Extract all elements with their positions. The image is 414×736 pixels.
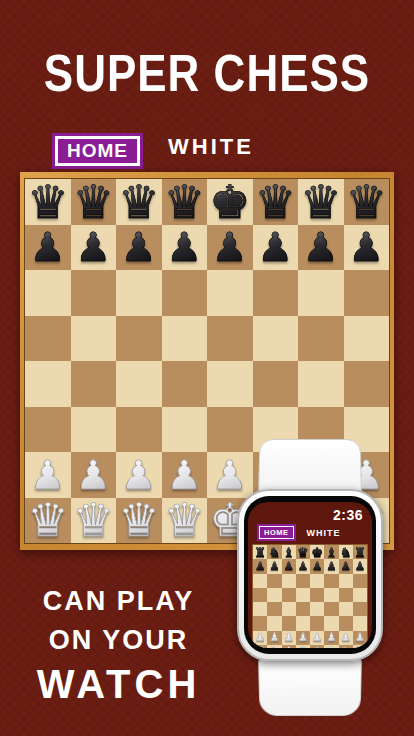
watch-piece-bp: ♟ <box>312 561 322 573</box>
board-square-f4[interactable] <box>253 361 299 407</box>
board-piece-wp: ♟ <box>121 455 157 495</box>
marketing-caption: CAN PLAY ON YOUR WATCH <box>0 582 237 708</box>
watch-square-c3 <box>282 616 296 630</box>
watch-piece-wq: ♛ <box>297 645 309 648</box>
board-square-c3[interactable] <box>116 407 162 453</box>
caption-line-2: ON YOUR <box>0 621 237 660</box>
watch-piece-wp: ♟ <box>269 632 279 644</box>
page-title: SUPER CHESS <box>0 44 414 103</box>
board-piece-bp: ♟ <box>75 227 111 267</box>
watch-square-g4 <box>339 602 353 616</box>
watch-square-d4 <box>296 602 310 616</box>
watch-chess-board: ♜♞♝♛♚♝♞♜♟♟♟♟♟♟♟♟♟♟♟♟♟♟♟♟♜♞♝♛♚♝♞♜ <box>253 545 367 648</box>
board-piece-bq: ♛ <box>346 179 387 225</box>
app-store-screenshot: { "game": "chess", "variant_note": "Supe… <box>0 0 414 736</box>
board-piece-wq: ♛ <box>27 497 68 543</box>
watch-square-d2: ♟ <box>296 631 310 645</box>
board-square-b7[interactable]: ♟ <box>71 225 117 271</box>
board-piece-bq: ♛ <box>255 179 296 225</box>
board-piece-bp: ♟ <box>30 227 66 267</box>
board-square-a8[interactable]: ♛ <box>25 179 71 225</box>
watch-piece-wk: ♚ <box>311 645 323 648</box>
watch-square-f2: ♟ <box>324 631 338 645</box>
watch-square-d7: ♟ <box>296 559 310 573</box>
watch-app-screen: 2:36 HOME WHITE ♜♞♝♛♚♝♞♜♟♟♟♟♟♟♟♟♟♟♟♟♟♟♟♟… <box>248 502 372 648</box>
board-square-b1[interactable]: ♛ <box>71 498 117 544</box>
board-square-d5[interactable] <box>162 316 208 362</box>
watch-screen: 2:36 HOME WHITE ♜♞♝♛♚♝♞♜♟♟♟♟♟♟♟♟♟♟♟♟♟♟♟♟… <box>244 496 376 654</box>
board-square-b8[interactable]: ♛ <box>71 179 117 225</box>
watch-square-e3 <box>310 616 324 630</box>
watch-square-f6 <box>324 574 338 588</box>
watch-square-c2: ♟ <box>282 631 296 645</box>
watch-board-frame: ♜♞♝♛♚♝♞♜♟♟♟♟♟♟♟♟♟♟♟♟♟♟♟♟♜♞♝♛♚♝♞♜ <box>252 544 368 648</box>
board-square-c6[interactable] <box>116 270 162 316</box>
board-square-e8[interactable]: ♚ <box>207 179 253 225</box>
watch-square-d3 <box>296 616 310 630</box>
watch-square-f5 <box>324 588 338 602</box>
watch-piece-bn: ♞ <box>340 546 352 559</box>
board-square-e7[interactable]: ♟ <box>207 225 253 271</box>
watch-band-bottom <box>258 658 362 716</box>
watch-square-b4 <box>267 602 281 616</box>
board-square-d4[interactable] <box>162 361 208 407</box>
watch-piece-bp: ♟ <box>269 561 279 573</box>
board-square-a6[interactable] <box>25 270 71 316</box>
watch-piece-bp: ♟ <box>340 561 350 573</box>
watch-square-a7: ♟ <box>253 559 267 573</box>
watch-square-c5 <box>282 588 296 602</box>
watch-piece-bp: ♟ <box>298 561 308 573</box>
watch-square-d6 <box>296 574 310 588</box>
board-square-f8[interactable]: ♛ <box>253 179 299 225</box>
watch-square-b7: ♟ <box>267 559 281 573</box>
board-square-g8[interactable]: ♛ <box>298 179 344 225</box>
watch-square-d1: ♛ <box>296 645 310 648</box>
watch-piece-br: ♜ <box>254 546 266 559</box>
board-square-g6[interactable] <box>298 270 344 316</box>
board-piece-wq: ♛ <box>118 497 159 543</box>
board-piece-bp: ♟ <box>212 227 248 267</box>
watch-controls: HOME WHITE <box>259 526 341 539</box>
watch-piece-br: ♜ <box>354 546 366 559</box>
apple-watch-mockup: 2:36 HOME WHITE ♜♞♝♛♚♝♞♜♟♟♟♟♟♟♟♟♟♟♟♟♟♟♟♟… <box>236 437 384 722</box>
board-square-f5[interactable] <box>253 316 299 362</box>
board-square-h4[interactable] <box>344 361 390 407</box>
watch-piece-wr: ♜ <box>254 645 266 648</box>
board-piece-bp: ♟ <box>348 227 384 267</box>
watch-piece-bk: ♚ <box>311 546 323 559</box>
board-square-c1[interactable]: ♛ <box>116 498 162 544</box>
watch-square-h1: ♜ <box>353 645 367 648</box>
watch-square-c4 <box>282 602 296 616</box>
watch-square-d8: ♛ <box>296 545 310 559</box>
board-square-h5[interactable] <box>344 316 390 362</box>
watch-turn-indicator: WHITE <box>307 528 341 538</box>
watch-square-g6 <box>339 574 353 588</box>
board-square-d8[interactable]: ♛ <box>162 179 208 225</box>
board-square-a5[interactable] <box>25 316 71 362</box>
board-square-c2[interactable]: ♟ <box>116 452 162 498</box>
watch-square-h4 <box>353 602 367 616</box>
board-piece-wq: ♛ <box>73 497 114 543</box>
caption-line-3: WATCH <box>0 660 237 708</box>
caption-line-1: CAN PLAY <box>0 582 237 621</box>
watch-piece-bp: ♟ <box>255 561 265 573</box>
watch-square-f8: ♝ <box>324 545 338 559</box>
board-square-h7[interactable]: ♟ <box>344 225 390 271</box>
watch-square-f7: ♟ <box>324 559 338 573</box>
watch-square-h3 <box>353 616 367 630</box>
board-piece-bq: ♛ <box>118 179 159 225</box>
board-square-c7[interactable]: ♟ <box>116 225 162 271</box>
watch-square-b1: ♞ <box>267 645 281 648</box>
watch-piece-bq: ♛ <box>297 546 309 559</box>
watch-square-g5 <box>339 588 353 602</box>
watch-square-h2: ♟ <box>353 631 367 645</box>
watch-square-e7: ♟ <box>310 559 324 573</box>
watch-square-h6 <box>353 574 367 588</box>
watch-square-g2: ♟ <box>339 631 353 645</box>
board-piece-bq: ♛ <box>73 179 114 225</box>
watch-piece-wp: ♟ <box>355 632 365 644</box>
watch-piece-bp: ♟ <box>355 561 365 573</box>
watch-piece-wp: ♟ <box>283 632 293 644</box>
watch-square-d5 <box>296 588 310 602</box>
watch-square-c7: ♟ <box>282 559 296 573</box>
watch-square-e8: ♚ <box>310 545 324 559</box>
board-square-d3[interactable] <box>162 407 208 453</box>
board-square-a3[interactable] <box>25 407 71 453</box>
watch-piece-wp: ♟ <box>255 632 265 644</box>
watch-piece-bp: ♟ <box>283 561 293 573</box>
watch-square-e5 <box>310 588 324 602</box>
watch-square-h8: ♜ <box>353 545 367 559</box>
board-square-c4[interactable] <box>116 361 162 407</box>
watch-piece-wp: ♟ <box>340 632 350 644</box>
board-piece-bq: ♛ <box>27 179 68 225</box>
board-square-h6[interactable] <box>344 270 390 316</box>
board-square-a7[interactable]: ♟ <box>25 225 71 271</box>
board-square-h8[interactable]: ♛ <box>344 179 390 225</box>
watch-square-c1: ♝ <box>282 645 296 648</box>
board-piece-bk: ♚ <box>209 179 250 225</box>
board-square-g4[interactable] <box>298 361 344 407</box>
watch-square-h7: ♟ <box>353 559 367 573</box>
watch-piece-bb: ♝ <box>326 546 338 559</box>
watch-piece-wp: ♟ <box>298 632 308 644</box>
watch-square-c8: ♝ <box>282 545 296 559</box>
watch-square-b2: ♟ <box>267 631 281 645</box>
watch-square-a5 <box>253 588 267 602</box>
board-square-c8[interactable]: ♛ <box>116 179 162 225</box>
board-square-d7[interactable]: ♟ <box>162 225 208 271</box>
watch-square-a1: ♜ <box>253 645 267 648</box>
watch-square-g1: ♞ <box>339 645 353 648</box>
watch-square-c6 <box>282 574 296 588</box>
watch-piece-wp: ♟ <box>326 632 336 644</box>
watch-square-e2: ♟ <box>310 631 324 645</box>
board-square-e4[interactable] <box>207 361 253 407</box>
watch-square-g8: ♞ <box>339 545 353 559</box>
watch-piece-wb: ♝ <box>326 645 338 648</box>
watch-square-a8: ♜ <box>253 545 267 559</box>
watch-home-button: HOME <box>259 526 294 539</box>
board-square-b5[interactable] <box>71 316 117 362</box>
watch-square-b8: ♞ <box>267 545 281 559</box>
watch-square-b3 <box>267 616 281 630</box>
watch-square-g7: ♟ <box>339 559 353 573</box>
board-piece-bq: ♛ <box>300 179 341 225</box>
home-button[interactable]: HOME <box>55 136 140 166</box>
board-square-b2[interactable]: ♟ <box>71 452 117 498</box>
watch-piece-wn: ♞ <box>269 645 281 648</box>
board-square-a2[interactable]: ♟ <box>25 452 71 498</box>
watch-square-e6 <box>310 574 324 588</box>
watch-square-g3 <box>339 616 353 630</box>
board-piece-bp: ♟ <box>166 227 202 267</box>
watch-square-b6 <box>267 574 281 588</box>
board-piece-wp: ♟ <box>75 455 111 495</box>
board-square-e6[interactable] <box>207 270 253 316</box>
watch-piece-wn: ♞ <box>340 645 352 648</box>
watch-square-e4 <box>310 602 324 616</box>
board-piece-bp: ♟ <box>257 227 293 267</box>
watch-piece-wb: ♝ <box>283 645 295 648</box>
board-square-d1[interactable]: ♛ <box>162 498 208 544</box>
watch-piece-bb: ♝ <box>283 546 295 559</box>
watch-square-h5 <box>353 588 367 602</box>
watch-piece-bp: ♟ <box>326 561 336 573</box>
watch-clock: 2:36 <box>333 507 363 523</box>
board-piece-wq: ♛ <box>164 497 205 543</box>
board-piece-wp: ♟ <box>166 455 202 495</box>
watch-piece-wr: ♜ <box>354 645 366 648</box>
board-piece-bq: ♛ <box>164 179 205 225</box>
board-square-g5[interactable] <box>298 316 344 362</box>
board-square-d6[interactable] <box>162 270 208 316</box>
watch-square-f3 <box>324 616 338 630</box>
board-square-a1[interactable]: ♛ <box>25 498 71 544</box>
watch-square-f4 <box>324 602 338 616</box>
board-square-b3[interactable] <box>71 407 117 453</box>
watch-body: 2:36 HOME WHITE ♜♞♝♛♚♝♞♜♟♟♟♟♟♟♟♟♟♟♟♟♟♟♟♟… <box>237 489 383 661</box>
watch-square-e1: ♚ <box>310 645 324 648</box>
watch-square-f1: ♝ <box>324 645 338 648</box>
board-square-b6[interactable] <box>71 270 117 316</box>
board-square-g7[interactable]: ♟ <box>298 225 344 271</box>
watch-square-b5 <box>267 588 281 602</box>
board-square-c5[interactable] <box>116 316 162 362</box>
watch-square-a3 <box>253 616 267 630</box>
board-square-d2[interactable]: ♟ <box>162 452 208 498</box>
board-square-a4[interactable] <box>25 361 71 407</box>
board-piece-wp: ♟ <box>30 455 66 495</box>
watch-piece-bn: ♞ <box>269 546 281 559</box>
board-square-f6[interactable] <box>253 270 299 316</box>
watch-piece-wp: ♟ <box>312 632 322 644</box>
board-square-f7[interactable]: ♟ <box>253 225 299 271</box>
watch-square-a6 <box>253 574 267 588</box>
watch-square-a2: ♟ <box>253 631 267 645</box>
turn-indicator: WHITE <box>168 134 254 160</box>
board-square-e5[interactable] <box>207 316 253 362</box>
board-square-b4[interactable] <box>71 361 117 407</box>
board-piece-bp: ♟ <box>303 227 339 267</box>
watch-square-a4 <box>253 602 267 616</box>
board-piece-bp: ♟ <box>121 227 157 267</box>
